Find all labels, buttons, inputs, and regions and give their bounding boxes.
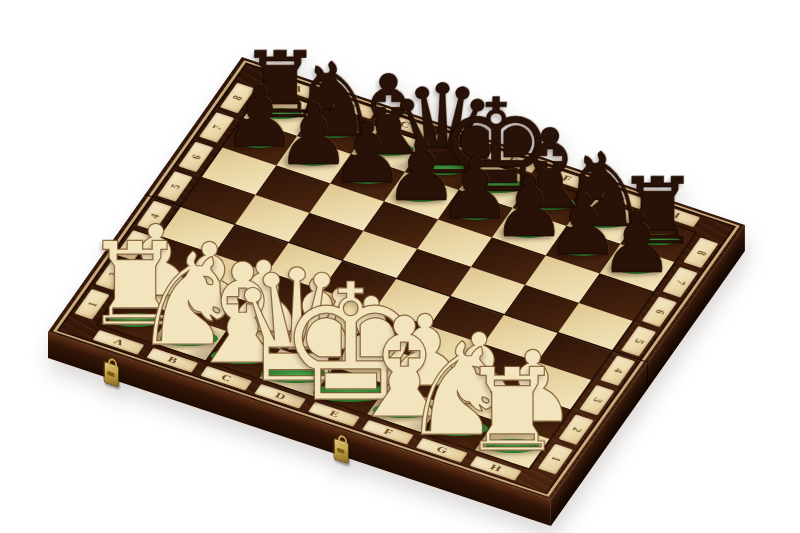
fold-seam-edge <box>647 363 648 389</box>
rank-label-right-3-text: 3 <box>589 396 606 404</box>
rank-label-right-5-text: 5 <box>630 337 647 345</box>
rank-label-right-4-text: 4 <box>609 367 626 375</box>
rank-label-left-6-text: 6 <box>188 153 205 161</box>
white-rook[interactable]: ♜ <box>461 354 564 469</box>
rank-label-left-5-text: 5 <box>167 182 184 190</box>
chess-set: AA11BB22CC33DD44EE55FF66GG77HH88 ♜♞♝♛♚♝♞… <box>0 0 800 533</box>
brass-clasp-left[interactable] <box>104 361 119 388</box>
black-pawn[interactable]: ♟ <box>599 202 674 286</box>
rank-label-right-6-text: 6 <box>651 308 668 316</box>
product-photo-stage: AA11BB22CC33DD44EE55FF66GG77HH88 ♜♞♝♛♚♝♞… <box>0 0 800 533</box>
